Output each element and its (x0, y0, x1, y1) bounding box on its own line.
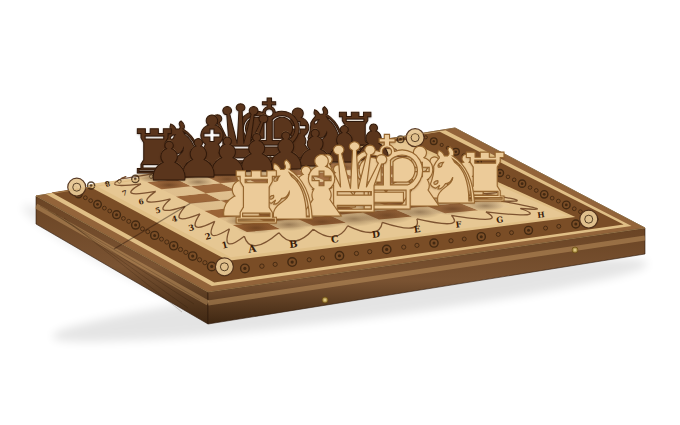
file-label-b: B (289, 238, 299, 250)
file-label-g: G (496, 214, 504, 225)
brass-pin (572, 247, 578, 253)
brass-pin (322, 297, 328, 303)
file-label-h: H (537, 210, 545, 220)
chess-board: ABCDEFGH12345678 (0, 0, 680, 425)
file-label-d: D (371, 228, 380, 240)
chess-set-photo: ABCDEFGH12345678 ♜♞♝♛♚♝♞♜♟♟♟♟♟♟♟♟♟♟♟♟♟♟♟… (0, 0, 680, 425)
